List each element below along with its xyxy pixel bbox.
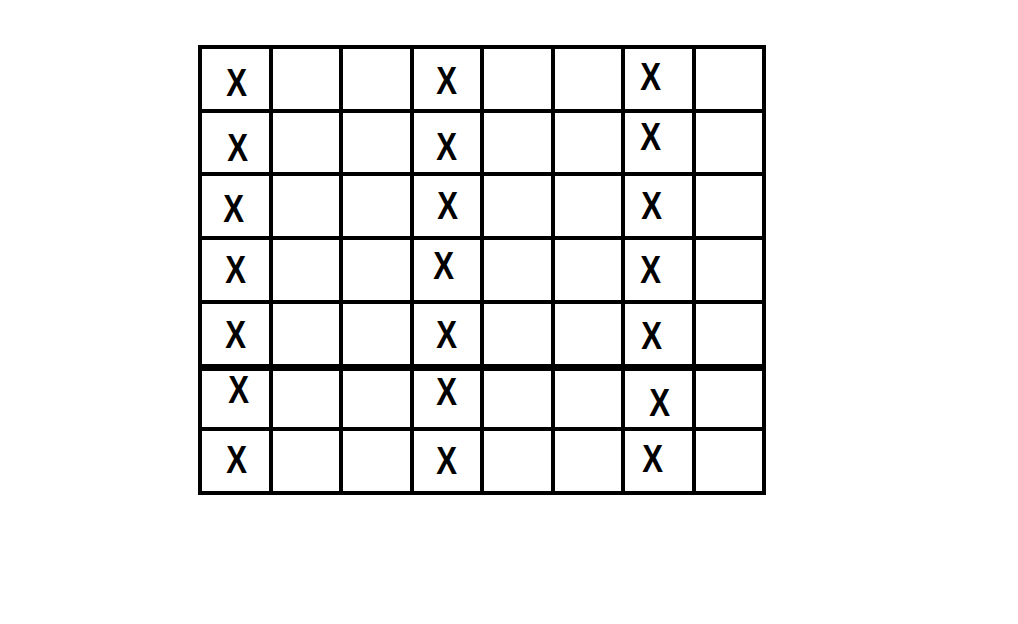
grid-cell-r2c8[interactable]	[696, 113, 763, 173]
grid-cell-r2c2[interactable]	[273, 113, 340, 173]
x-mark: X	[227, 129, 248, 167]
x-mark: X	[437, 187, 458, 225]
grid-cell-r4c5[interactable]	[484, 240, 551, 300]
grid-cell-r1c1[interactable]: X	[202, 49, 269, 109]
grid-cell-r3c7[interactable]: X	[625, 176, 692, 236]
x-mark: X	[436, 62, 457, 100]
grid-cell-r3c1[interactable]: X	[202, 176, 269, 236]
grid-cell-r1c6[interactable]	[555, 49, 622, 109]
grid-cell-r2c6[interactable]	[555, 113, 622, 173]
grid-cell-r5c2[interactable]	[273, 304, 340, 364]
x-mark: X	[640, 118, 661, 156]
x-mark: X	[223, 190, 244, 228]
grid-cell-r7c2[interactable]	[273, 431, 340, 491]
grid-cell-r6c8[interactable]	[696, 371, 763, 428]
grid-cell-r2c1[interactable]: X	[202, 113, 269, 173]
x-mark: X	[649, 384, 670, 422]
grid-cell-r1c4[interactable]: X	[414, 49, 481, 109]
x-mark: X	[641, 317, 662, 355]
grid-cell-r1c7[interactable]: X	[625, 49, 692, 109]
grid-cell-r2c5[interactable]	[484, 113, 551, 173]
grid-cell-r7c1[interactable]: X	[202, 431, 269, 491]
grid-cell-r4c6[interactable]	[555, 240, 622, 300]
x-mark: X	[436, 128, 457, 166]
x-mark: X	[642, 440, 663, 478]
grid-cell-r5c1[interactable]: X	[202, 304, 269, 364]
grid-cell-r2c3[interactable]	[343, 113, 410, 173]
grid-cell-r3c3[interactable]	[343, 176, 410, 236]
grid-cell-r2c4[interactable]: X	[414, 113, 481, 173]
grid-cell-r2c7[interactable]: X	[625, 113, 692, 173]
x-mark: X	[436, 373, 457, 411]
x-mark: X	[640, 251, 661, 289]
grid-cell-r4c2[interactable]	[273, 240, 340, 300]
grid-cell-r4c8[interactable]	[696, 240, 763, 300]
grid-cell-r5c7[interactable]: X	[625, 304, 692, 364]
x-mark: X	[225, 251, 246, 289]
x-mark: X	[228, 371, 249, 409]
grid-cell-r6c5[interactable]	[484, 371, 551, 428]
x-mark: X	[436, 316, 457, 354]
x-mark: X	[433, 247, 454, 285]
x-mark: X	[436, 442, 457, 480]
grid-cell-r3c2[interactable]	[273, 176, 340, 236]
grid-cell-r7c8[interactable]	[696, 431, 763, 491]
grid-cell-r7c5[interactable]	[484, 431, 551, 491]
grid-cell-r5c5[interactable]	[484, 304, 551, 364]
page-canvas: XXXXXXXXXXXXXXXXXXXXX	[0, 0, 1018, 624]
grid-cell-r5c6[interactable]	[555, 304, 622, 364]
grid-cell-r4c3[interactable]	[343, 240, 410, 300]
grid-cell-r1c3[interactable]	[343, 49, 410, 109]
grid-cell-r3c8[interactable]	[696, 176, 763, 236]
grid-cell-r4c7[interactable]: X	[625, 240, 692, 300]
grid-cell-r7c7[interactable]: X	[625, 431, 692, 491]
grid-cell-r6c6[interactable]	[555, 371, 622, 428]
x-mark: X	[641, 187, 662, 225]
grid-cell-r6c7[interactable]: X	[625, 371, 692, 428]
grid-cell-r5c3[interactable]	[343, 304, 410, 364]
grid-cell-r7c4[interactable]: X	[414, 431, 481, 491]
grid-cell-r4c4[interactable]: X	[414, 240, 481, 300]
grid-cell-r7c6[interactable]	[555, 431, 622, 491]
grid-cell-r6c3[interactable]	[343, 371, 410, 428]
x-mark: X	[226, 64, 247, 102]
grid-cell-r3c4[interactable]: X	[414, 176, 481, 236]
x-mark: X	[640, 58, 661, 96]
grid-cell-r3c5[interactable]	[484, 176, 551, 236]
grid-cell-r3c6[interactable]	[555, 176, 622, 236]
grid-cell-r1c2[interactable]	[273, 49, 340, 109]
grid-cell-r6c4[interactable]: X	[414, 371, 481, 428]
board-grid: XXXXXXXXXXXXXXXXXXXXX	[198, 45, 766, 495]
grid-cell-r4c1[interactable]: X	[202, 240, 269, 300]
grid-cell-r6c1[interactable]: X	[202, 371, 269, 428]
x-mark: X	[225, 316, 246, 354]
grid-cell-r6c2[interactable]	[273, 371, 340, 428]
grid-cell-r1c5[interactable]	[484, 49, 551, 109]
grid-cell-r5c4[interactable]: X	[414, 304, 481, 364]
x-mark: X	[226, 441, 247, 479]
grid-cell-r1c8[interactable]	[696, 49, 763, 109]
grid-cell-r7c3[interactable]	[343, 431, 410, 491]
grid-cell-r5c8[interactable]	[696, 304, 763, 364]
